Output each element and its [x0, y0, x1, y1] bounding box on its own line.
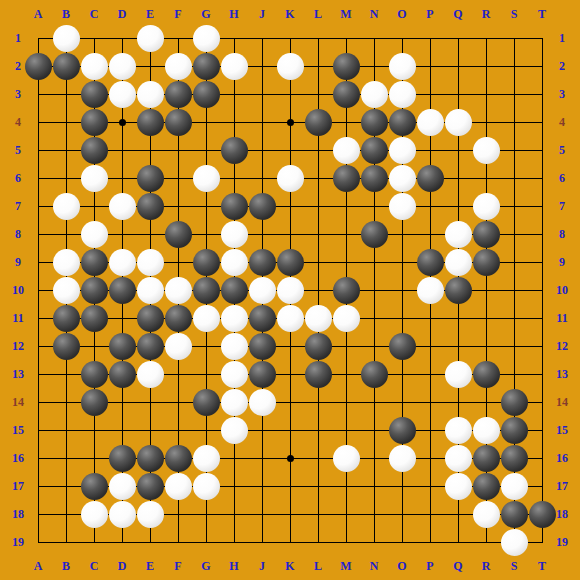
intersection-A16[interactable] — [24, 444, 52, 472]
intersection-N16[interactable] — [360, 444, 388, 472]
intersection-T1[interactable] — [528, 24, 556, 52]
intersection-C6[interactable] — [80, 164, 108, 192]
intersection-N15[interactable] — [360, 416, 388, 444]
intersection-P16[interactable] — [416, 444, 444, 472]
intersection-A2[interactable] — [24, 52, 52, 80]
intersection-Q14[interactable] — [444, 388, 472, 416]
intersection-E5[interactable] — [136, 136, 164, 164]
intersection-H1[interactable] — [220, 24, 248, 52]
intersection-S5[interactable] — [500, 136, 528, 164]
intersection-H9[interactable] — [220, 248, 248, 276]
intersection-C14[interactable] — [80, 388, 108, 416]
intersection-B14[interactable] — [52, 388, 80, 416]
intersection-N11[interactable] — [360, 304, 388, 332]
intersection-K6[interactable] — [276, 164, 304, 192]
intersection-O9[interactable] — [388, 248, 416, 276]
intersection-C18[interactable] — [80, 500, 108, 528]
intersection-F19[interactable] — [164, 528, 192, 556]
intersection-D1[interactable] — [108, 24, 136, 52]
intersection-E8[interactable] — [136, 220, 164, 248]
intersection-R17[interactable] — [472, 472, 500, 500]
intersection-K1[interactable] — [276, 24, 304, 52]
intersection-K5[interactable] — [276, 136, 304, 164]
intersection-E11[interactable] — [136, 304, 164, 332]
intersection-M10[interactable] — [332, 276, 360, 304]
intersection-F16[interactable] — [164, 444, 192, 472]
intersection-G12[interactable] — [192, 332, 220, 360]
intersection-L1[interactable] — [304, 24, 332, 52]
intersection-N18[interactable] — [360, 500, 388, 528]
intersection-F12[interactable] — [164, 332, 192, 360]
intersection-T2[interactable] — [528, 52, 556, 80]
intersection-Q3[interactable] — [444, 80, 472, 108]
intersection-R8[interactable] — [472, 220, 500, 248]
intersection-K10[interactable] — [276, 276, 304, 304]
intersection-A19[interactable] — [24, 528, 52, 556]
intersection-T5[interactable] — [528, 136, 556, 164]
intersection-L7[interactable] — [304, 192, 332, 220]
intersection-R13[interactable] — [472, 360, 500, 388]
intersection-A15[interactable] — [24, 416, 52, 444]
intersection-C11[interactable] — [80, 304, 108, 332]
intersection-P13[interactable] — [416, 360, 444, 388]
intersection-N8[interactable] — [360, 220, 388, 248]
intersection-G18[interactable] — [192, 500, 220, 528]
intersection-M8[interactable] — [332, 220, 360, 248]
intersection-H2[interactable] — [220, 52, 248, 80]
intersection-S4[interactable] — [500, 108, 528, 136]
intersection-O17[interactable] — [388, 472, 416, 500]
intersection-J12[interactable] — [248, 332, 276, 360]
intersection-E19[interactable] — [136, 528, 164, 556]
intersection-D14[interactable] — [108, 388, 136, 416]
intersection-O18[interactable] — [388, 500, 416, 528]
intersection-O8[interactable] — [388, 220, 416, 248]
intersection-P6[interactable] — [416, 164, 444, 192]
intersection-J8[interactable] — [248, 220, 276, 248]
intersection-J15[interactable] — [248, 416, 276, 444]
intersection-D15[interactable] — [108, 416, 136, 444]
intersection-M3[interactable] — [332, 80, 360, 108]
intersection-R18[interactable] — [472, 500, 500, 528]
intersection-B16[interactable] — [52, 444, 80, 472]
intersection-R10[interactable] — [472, 276, 500, 304]
intersection-E13[interactable] — [136, 360, 164, 388]
intersection-E2[interactable] — [136, 52, 164, 80]
intersection-L12[interactable] — [304, 332, 332, 360]
intersection-D5[interactable] — [108, 136, 136, 164]
intersection-S16[interactable] — [500, 444, 528, 472]
intersection-R14[interactable] — [472, 388, 500, 416]
intersection-E16[interactable] — [136, 444, 164, 472]
intersection-J13[interactable] — [248, 360, 276, 388]
intersection-F9[interactable] — [164, 248, 192, 276]
intersection-M7[interactable] — [332, 192, 360, 220]
intersection-F18[interactable] — [164, 500, 192, 528]
intersection-H17[interactable] — [220, 472, 248, 500]
intersection-P11[interactable] — [416, 304, 444, 332]
intersection-J9[interactable] — [248, 248, 276, 276]
intersection-Q16[interactable] — [444, 444, 472, 472]
intersection-L17[interactable] — [304, 472, 332, 500]
intersection-P3[interactable] — [416, 80, 444, 108]
intersection-F6[interactable] — [164, 164, 192, 192]
intersection-N12[interactable] — [360, 332, 388, 360]
intersection-F10[interactable] — [164, 276, 192, 304]
intersection-F1[interactable] — [164, 24, 192, 52]
intersection-J3[interactable] — [248, 80, 276, 108]
intersection-Q4[interactable] — [444, 108, 472, 136]
intersection-Q5[interactable] — [444, 136, 472, 164]
intersection-C10[interactable] — [80, 276, 108, 304]
intersection-D19[interactable] — [108, 528, 136, 556]
intersection-E14[interactable] — [136, 388, 164, 416]
intersection-J7[interactable] — [248, 192, 276, 220]
intersection-B10[interactable] — [52, 276, 80, 304]
intersection-A18[interactable] — [24, 500, 52, 528]
intersection-T4[interactable] — [528, 108, 556, 136]
intersection-F3[interactable] — [164, 80, 192, 108]
intersection-B5[interactable] — [52, 136, 80, 164]
intersection-B6[interactable] — [52, 164, 80, 192]
intersection-A12[interactable] — [24, 332, 52, 360]
intersection-Q7[interactable] — [444, 192, 472, 220]
intersection-K15[interactable] — [276, 416, 304, 444]
intersection-K19[interactable] — [276, 528, 304, 556]
intersection-B19[interactable] — [52, 528, 80, 556]
intersection-A5[interactable] — [24, 136, 52, 164]
intersection-H13[interactable] — [220, 360, 248, 388]
intersection-A8[interactable] — [24, 220, 52, 248]
intersection-S19[interactable] — [500, 528, 528, 556]
intersection-T18[interactable] — [528, 500, 556, 528]
intersection-C5[interactable] — [80, 136, 108, 164]
intersection-L8[interactable] — [304, 220, 332, 248]
intersection-B13[interactable] — [52, 360, 80, 388]
intersection-G16[interactable] — [192, 444, 220, 472]
intersection-L6[interactable] — [304, 164, 332, 192]
intersection-M15[interactable] — [332, 416, 360, 444]
intersection-F13[interactable] — [164, 360, 192, 388]
intersection-D17[interactable] — [108, 472, 136, 500]
intersection-C2[interactable] — [80, 52, 108, 80]
intersection-L15[interactable] — [304, 416, 332, 444]
intersection-T8[interactable] — [528, 220, 556, 248]
intersection-H5[interactable] — [220, 136, 248, 164]
intersection-S18[interactable] — [500, 500, 528, 528]
intersection-L18[interactable] — [304, 500, 332, 528]
intersection-H18[interactable] — [220, 500, 248, 528]
intersection-O10[interactable] — [388, 276, 416, 304]
intersection-K14[interactable] — [276, 388, 304, 416]
intersection-B9[interactable] — [52, 248, 80, 276]
intersection-K12[interactable] — [276, 332, 304, 360]
intersection-S12[interactable] — [500, 332, 528, 360]
intersection-H14[interactable] — [220, 388, 248, 416]
intersection-N10[interactable] — [360, 276, 388, 304]
intersection-M9[interactable] — [332, 248, 360, 276]
intersection-R2[interactable] — [472, 52, 500, 80]
intersection-Q19[interactable] — [444, 528, 472, 556]
intersection-K3[interactable] — [276, 80, 304, 108]
intersection-L14[interactable] — [304, 388, 332, 416]
intersection-E3[interactable] — [136, 80, 164, 108]
intersection-G3[interactable] — [192, 80, 220, 108]
intersection-L16[interactable] — [304, 444, 332, 472]
intersection-P15[interactable] — [416, 416, 444, 444]
intersection-O15[interactable] — [388, 416, 416, 444]
intersection-L3[interactable] — [304, 80, 332, 108]
intersection-K13[interactable] — [276, 360, 304, 388]
intersection-C1[interactable] — [80, 24, 108, 52]
intersection-F5[interactable] — [164, 136, 192, 164]
intersection-J16[interactable] — [248, 444, 276, 472]
intersection-J19[interactable] — [248, 528, 276, 556]
intersection-R5[interactable] — [472, 136, 500, 164]
intersection-K16[interactable] — [276, 444, 304, 472]
intersection-D11[interactable] — [108, 304, 136, 332]
go-board[interactable]: AABBCCDDEEFFGGHHJJKKLLMMNNOOPPQQRRSSTT11… — [0, 0, 580, 580]
intersection-O7[interactable] — [388, 192, 416, 220]
intersection-R11[interactable] — [472, 304, 500, 332]
intersection-O13[interactable] — [388, 360, 416, 388]
intersection-J11[interactable] — [248, 304, 276, 332]
intersection-E6[interactable] — [136, 164, 164, 192]
intersection-O11[interactable] — [388, 304, 416, 332]
intersection-M14[interactable] — [332, 388, 360, 416]
intersection-F4[interactable] — [164, 108, 192, 136]
intersection-O12[interactable] — [388, 332, 416, 360]
intersection-E17[interactable] — [136, 472, 164, 500]
intersection-C4[interactable] — [80, 108, 108, 136]
intersection-B15[interactable] — [52, 416, 80, 444]
intersection-D3[interactable] — [108, 80, 136, 108]
intersection-P18[interactable] — [416, 500, 444, 528]
intersection-N14[interactable] — [360, 388, 388, 416]
intersection-T17[interactable] — [528, 472, 556, 500]
intersection-T3[interactable] — [528, 80, 556, 108]
intersection-M19[interactable] — [332, 528, 360, 556]
intersection-J18[interactable] — [248, 500, 276, 528]
intersection-N6[interactable] — [360, 164, 388, 192]
intersection-F14[interactable] — [164, 388, 192, 416]
intersection-C9[interactable] — [80, 248, 108, 276]
intersection-K9[interactable] — [276, 248, 304, 276]
intersection-E18[interactable] — [136, 500, 164, 528]
intersection-J4[interactable] — [248, 108, 276, 136]
intersection-A3[interactable] — [24, 80, 52, 108]
intersection-Q1[interactable] — [444, 24, 472, 52]
intersection-R4[interactable] — [472, 108, 500, 136]
intersection-H3[interactable] — [220, 80, 248, 108]
intersection-S15[interactable] — [500, 416, 528, 444]
intersection-Q13[interactable] — [444, 360, 472, 388]
intersection-B8[interactable] — [52, 220, 80, 248]
intersection-F2[interactable] — [164, 52, 192, 80]
intersection-J10[interactable] — [248, 276, 276, 304]
intersection-A7[interactable] — [24, 192, 52, 220]
intersection-T13[interactable] — [528, 360, 556, 388]
intersection-G10[interactable] — [192, 276, 220, 304]
intersection-T16[interactable] — [528, 444, 556, 472]
intersection-K17[interactable] — [276, 472, 304, 500]
intersection-H6[interactable] — [220, 164, 248, 192]
intersection-B17[interactable] — [52, 472, 80, 500]
intersection-M16[interactable] — [332, 444, 360, 472]
intersection-B1[interactable] — [52, 24, 80, 52]
intersection-O16[interactable] — [388, 444, 416, 472]
intersection-P2[interactable] — [416, 52, 444, 80]
intersection-Q12[interactable] — [444, 332, 472, 360]
intersection-P19[interactable] — [416, 528, 444, 556]
intersection-G15[interactable] — [192, 416, 220, 444]
intersection-R12[interactable] — [472, 332, 500, 360]
intersection-B12[interactable] — [52, 332, 80, 360]
intersection-M17[interactable] — [332, 472, 360, 500]
intersection-L19[interactable] — [304, 528, 332, 556]
intersection-A11[interactable] — [24, 304, 52, 332]
intersection-B18[interactable] — [52, 500, 80, 528]
intersection-C8[interactable] — [80, 220, 108, 248]
intersection-B2[interactable] — [52, 52, 80, 80]
intersection-T11[interactable] — [528, 304, 556, 332]
intersection-N17[interactable] — [360, 472, 388, 500]
intersection-P7[interactable] — [416, 192, 444, 220]
intersection-G6[interactable] — [192, 164, 220, 192]
intersection-T7[interactable] — [528, 192, 556, 220]
intersection-H15[interactable] — [220, 416, 248, 444]
intersection-N4[interactable] — [360, 108, 388, 136]
intersection-N19[interactable] — [360, 528, 388, 556]
intersection-S8[interactable] — [500, 220, 528, 248]
intersection-E15[interactable] — [136, 416, 164, 444]
intersection-D18[interactable] — [108, 500, 136, 528]
intersection-J1[interactable] — [248, 24, 276, 52]
intersection-D6[interactable] — [108, 164, 136, 192]
intersection-O19[interactable] — [388, 528, 416, 556]
intersection-H11[interactable] — [220, 304, 248, 332]
intersection-O4[interactable] — [388, 108, 416, 136]
intersection-E9[interactable] — [136, 248, 164, 276]
intersection-F7[interactable] — [164, 192, 192, 220]
intersection-O14[interactable] — [388, 388, 416, 416]
intersection-O1[interactable] — [388, 24, 416, 52]
intersection-O2[interactable] — [388, 52, 416, 80]
intersection-N13[interactable] — [360, 360, 388, 388]
intersection-K2[interactable] — [276, 52, 304, 80]
intersection-C15[interactable] — [80, 416, 108, 444]
intersection-P12[interactable] — [416, 332, 444, 360]
intersection-R15[interactable] — [472, 416, 500, 444]
intersection-S6[interactable] — [500, 164, 528, 192]
intersection-C19[interactable] — [80, 528, 108, 556]
intersection-S13[interactable] — [500, 360, 528, 388]
intersection-O5[interactable] — [388, 136, 416, 164]
intersection-Q15[interactable] — [444, 416, 472, 444]
intersection-T15[interactable] — [528, 416, 556, 444]
intersection-M5[interactable] — [332, 136, 360, 164]
intersection-G14[interactable] — [192, 388, 220, 416]
intersection-R19[interactable] — [472, 528, 500, 556]
intersection-F8[interactable] — [164, 220, 192, 248]
intersection-L5[interactable] — [304, 136, 332, 164]
intersection-G9[interactable] — [192, 248, 220, 276]
intersection-Q9[interactable] — [444, 248, 472, 276]
intersection-N3[interactable] — [360, 80, 388, 108]
intersection-Q17[interactable] — [444, 472, 472, 500]
intersection-K7[interactable] — [276, 192, 304, 220]
intersection-E12[interactable] — [136, 332, 164, 360]
intersection-L13[interactable] — [304, 360, 332, 388]
intersection-D4[interactable] — [108, 108, 136, 136]
intersection-T10[interactable] — [528, 276, 556, 304]
intersection-A17[interactable] — [24, 472, 52, 500]
intersection-R7[interactable] — [472, 192, 500, 220]
intersection-C3[interactable] — [80, 80, 108, 108]
intersection-N9[interactable] — [360, 248, 388, 276]
intersection-D10[interactable] — [108, 276, 136, 304]
intersection-S17[interactable] — [500, 472, 528, 500]
intersection-E10[interactable] — [136, 276, 164, 304]
intersection-A14[interactable] — [24, 388, 52, 416]
intersection-H19[interactable] — [220, 528, 248, 556]
intersection-G17[interactable] — [192, 472, 220, 500]
intersection-B4[interactable] — [52, 108, 80, 136]
intersection-J17[interactable] — [248, 472, 276, 500]
intersection-D12[interactable] — [108, 332, 136, 360]
intersection-S9[interactable] — [500, 248, 528, 276]
intersection-L4[interactable] — [304, 108, 332, 136]
intersection-N1[interactable] — [360, 24, 388, 52]
intersection-B11[interactable] — [52, 304, 80, 332]
intersection-K8[interactable] — [276, 220, 304, 248]
intersection-D13[interactable] — [108, 360, 136, 388]
intersection-H8[interactable] — [220, 220, 248, 248]
intersection-S2[interactable] — [500, 52, 528, 80]
intersection-C13[interactable] — [80, 360, 108, 388]
intersection-H12[interactable] — [220, 332, 248, 360]
intersection-D8[interactable] — [108, 220, 136, 248]
intersection-J5[interactable] — [248, 136, 276, 164]
intersection-G4[interactable] — [192, 108, 220, 136]
intersection-R6[interactable] — [472, 164, 500, 192]
intersection-B3[interactable] — [52, 80, 80, 108]
intersection-N5[interactable] — [360, 136, 388, 164]
intersection-M13[interactable] — [332, 360, 360, 388]
intersection-E1[interactable] — [136, 24, 164, 52]
intersection-Q2[interactable] — [444, 52, 472, 80]
intersection-H10[interactable] — [220, 276, 248, 304]
intersection-S3[interactable] — [500, 80, 528, 108]
intersection-G13[interactable] — [192, 360, 220, 388]
intersection-L2[interactable] — [304, 52, 332, 80]
intersection-Q18[interactable] — [444, 500, 472, 528]
intersection-B7[interactable] — [52, 192, 80, 220]
intersection-M11[interactable] — [332, 304, 360, 332]
intersection-M1[interactable] — [332, 24, 360, 52]
intersection-P10[interactable] — [416, 276, 444, 304]
intersection-M6[interactable] — [332, 164, 360, 192]
intersection-E7[interactable] — [136, 192, 164, 220]
intersection-R1[interactable] — [472, 24, 500, 52]
intersection-F17[interactable] — [164, 472, 192, 500]
intersection-J2[interactable] — [248, 52, 276, 80]
intersection-R16[interactable] — [472, 444, 500, 472]
intersection-H4[interactable] — [220, 108, 248, 136]
intersection-H7[interactable] — [220, 192, 248, 220]
intersection-O3[interactable] — [388, 80, 416, 108]
intersection-E4[interactable] — [136, 108, 164, 136]
